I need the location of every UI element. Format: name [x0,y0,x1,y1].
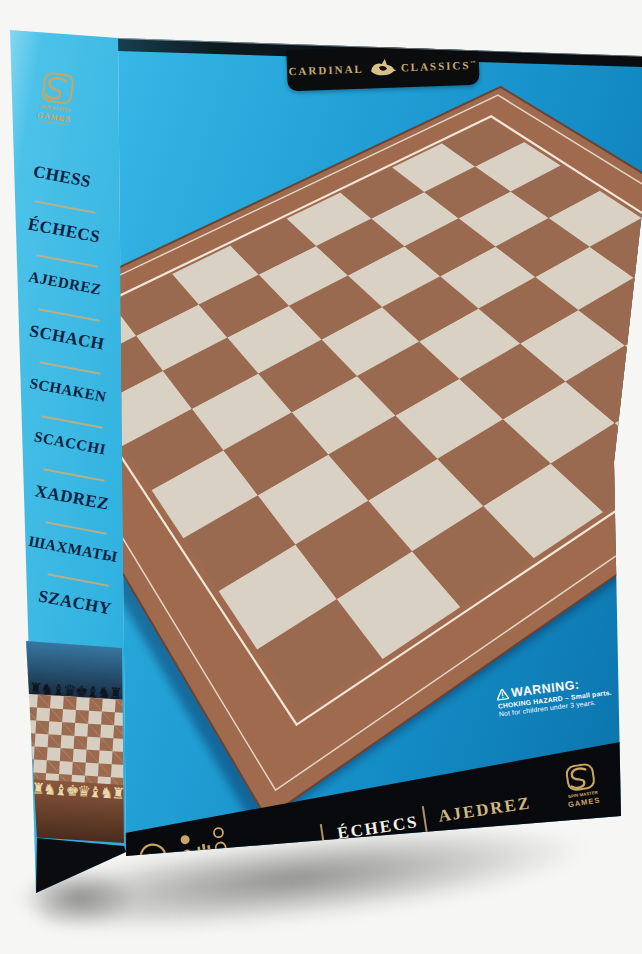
spine-separator [43,468,104,481]
product-box-photo: SPIN MASTER GAMES CHESSÉCHECSAJEDREZSCHA… [0,0,642,954]
spine-language-3: AJEDREZ [13,266,118,302]
spine-separator [38,308,99,321]
spine-photo-white-row: ♜♞♝♚♛♝♞♜ [20,779,131,843]
spine-language-5: SCHAKEN [16,373,121,409]
s-swirl-icon [569,768,588,789]
spine-language-9: SZACHY [22,584,128,623]
spine-separator [45,521,106,534]
spine-separator [34,200,95,213]
spine-language-1: CHESS [9,158,115,197]
spine-language-7: XADREZ [19,479,125,518]
spine-language-6: SCACCHI [17,426,122,462]
spine-separator [36,254,97,267]
spine-separator [40,361,101,374]
spine-language-8: ШАХМАТЫ [21,532,126,568]
spine-language-4: SCHACH [14,319,120,358]
spine-separator [42,415,103,428]
spine-language-2: ÉCHECS [11,212,117,251]
spinmaster-logo-spine: SPIN MASTER GAMES [31,70,79,149]
warning-triangle-icon [496,688,509,700]
spine-separator [47,573,108,586]
spinmaster-logo-bar: SPIN MASTER GAMES [557,761,608,815]
spine-photo-board [19,694,132,790]
s-swirl-icon [46,77,67,100]
